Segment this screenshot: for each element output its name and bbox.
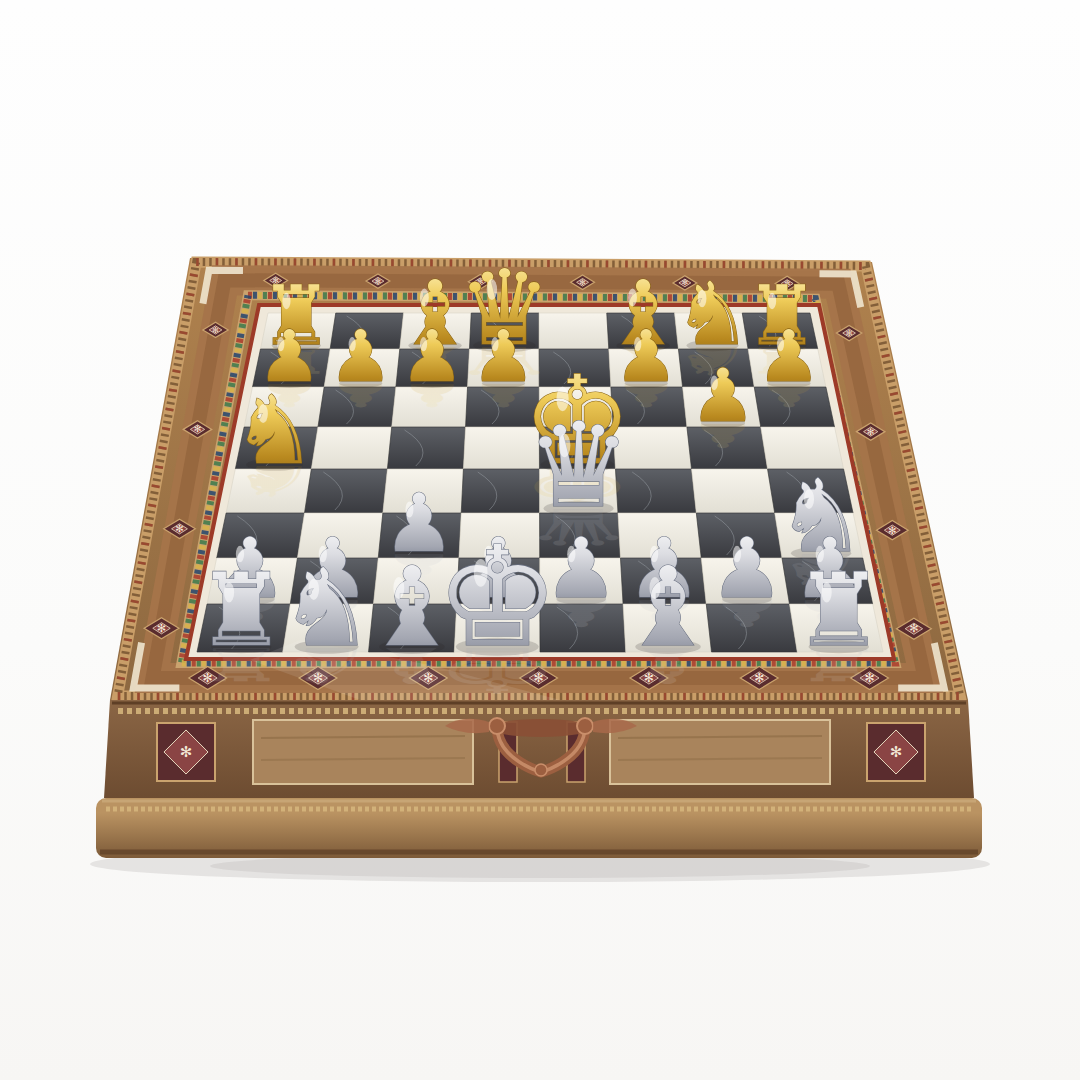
piece-silver-rook-a1: ♜♜ bbox=[196, 552, 286, 690]
svg-text:♟: ♟ bbox=[710, 520, 784, 617]
chess-set-svg: ✻✻✻✻✻✻✻✻✻✻✻✻✻✻✻✻✻✻✻✻✻✻✻♜♜♝♝♛♛♝♝♞♞♜♜♟♟♟♟♟… bbox=[0, 0, 1080, 1080]
svg-text:✻: ✻ bbox=[579, 278, 585, 287]
piece-silver-king-d1: ♚♚ bbox=[435, 517, 559, 706]
svg-text:♟: ♟ bbox=[329, 315, 393, 398]
board-square-b5 bbox=[311, 427, 391, 469]
svg-text:♚: ♚ bbox=[435, 517, 559, 678]
drawer-mosaic-panel: ✻ bbox=[867, 723, 925, 781]
svg-text:✻: ✻ bbox=[867, 426, 875, 437]
piece-silver-pawn-g2: ♟♟ bbox=[710, 520, 784, 635]
piece-silver-rook-h1: ♜♜ bbox=[794, 552, 884, 690]
drawer-mosaic-panel: ✻ bbox=[157, 723, 215, 781]
piece-silver-knight-b1: ♞♞ bbox=[279, 546, 375, 693]
svg-text:♟: ♟ bbox=[757, 315, 821, 398]
piece-gold-pawn-b7: ♟♟ bbox=[329, 315, 393, 414]
board-square-g4 bbox=[692, 469, 775, 513]
svg-text:✻: ✻ bbox=[375, 277, 381, 286]
svg-text:♞: ♞ bbox=[232, 375, 317, 485]
svg-text:♝: ♝ bbox=[619, 544, 717, 671]
svg-text:✻: ✻ bbox=[194, 423, 202, 434]
svg-text:♟: ♟ bbox=[400, 315, 464, 398]
svg-text:♜: ♜ bbox=[196, 552, 286, 669]
piece-silver-bishop-f1: ♝♝ bbox=[619, 544, 717, 694]
svg-text:✻: ✻ bbox=[175, 523, 184, 534]
svg-text:✻: ✻ bbox=[212, 325, 219, 335]
svg-text:✻: ✻ bbox=[157, 622, 166, 635]
piece-gold-pawn-g6: ♟♟ bbox=[690, 353, 756, 455]
svg-text:♞: ♞ bbox=[674, 264, 752, 364]
piece-gold-pawn-c7: ♟♟ bbox=[400, 315, 464, 414]
board-square-c5 bbox=[387, 427, 465, 469]
chess-set-product-photo: ✻✻✻✻✻✻✻✻✻✻✻✻✻✻✻✻✻✻✻✻✻✻✻♜♜♝♝♛♛♝♝♞♞♜♜♟♟♟♟♟… bbox=[0, 0, 1080, 1080]
svg-text:♞: ♞ bbox=[279, 546, 375, 670]
drawer-wood-panel bbox=[610, 720, 830, 784]
svg-text:✻: ✻ bbox=[754, 671, 764, 685]
piece-gold-pawn-h7: ♟♟ bbox=[757, 315, 821, 414]
svg-text:✻: ✻ bbox=[888, 525, 897, 536]
drawer-wood-panel bbox=[253, 720, 473, 784]
svg-text:✻: ✻ bbox=[180, 743, 193, 761]
piece-gold-knight-a5: ♞♞ bbox=[232, 375, 317, 505]
svg-text:✻: ✻ bbox=[846, 328, 853, 338]
svg-text:✻: ✻ bbox=[890, 743, 903, 761]
svg-text:♜: ♜ bbox=[794, 552, 884, 669]
svg-text:♛: ♛ bbox=[526, 397, 631, 534]
drawer-front bbox=[104, 700, 974, 798]
svg-text:♟: ♟ bbox=[690, 353, 756, 438]
svg-text:✻: ✻ bbox=[909, 622, 918, 635]
